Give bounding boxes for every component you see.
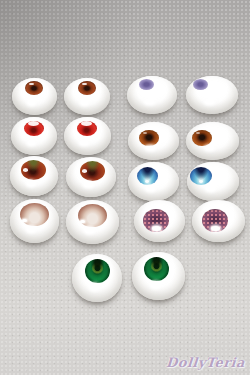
- iris-auburn: [25, 81, 43, 95]
- doll-eye-r5c3: [132, 252, 185, 300]
- doll-eye-r3c4: [187, 162, 239, 201]
- specular-highlight: [84, 182, 93, 187]
- photo-canvas: DollyTeria: [0, 0, 250, 375]
- specular-highlight: [81, 100, 89, 105]
- iris-auburn: [78, 81, 96, 95]
- specular-highlight: [145, 100, 154, 105]
- specular-highlight: [27, 226, 35, 232]
- iris-blue: [137, 167, 158, 185]
- specular-highlight: [205, 100, 214, 105]
- iris-green: [144, 257, 169, 281]
- specular-highlight: [90, 284, 99, 290]
- specular-highlight: [28, 100, 36, 105]
- iris-amber: [139, 130, 159, 146]
- doll-eye-r4c1: [10, 199, 59, 243]
- specular-highlight: [80, 141, 88, 146]
- iris-strawberry: [21, 160, 46, 180]
- doll-eye-r2c3: [128, 122, 179, 160]
- doll-eye-r1c4: [186, 76, 238, 114]
- specular-highlight: [206, 186, 215, 191]
- doll-eye-r5c2: [72, 254, 122, 302]
- doll-eye-r2c4: [186, 122, 239, 160]
- doll-eye-r4c4: [192, 200, 245, 242]
- doll-eye-r1c1: [12, 78, 57, 115]
- iris-rose: [20, 203, 49, 226]
- specular-highlight: [151, 282, 160, 288]
- iris-strawberry: [80, 161, 105, 181]
- doll-eye-r1c3: [127, 76, 177, 114]
- specular-highlight: [146, 186, 155, 191]
- watermark-logo: DollyTeria: [165, 355, 245, 370]
- iris-green: [85, 259, 110, 283]
- specular-highlight: [205, 146, 214, 151]
- specular-highlight: [146, 146, 155, 151]
- doll-eye-r4c2: [66, 200, 119, 244]
- iris-violet: [139, 79, 154, 90]
- specular-highlight: [28, 141, 36, 146]
- doll-eye-r1c2: [64, 78, 110, 115]
- specular-highlight: [85, 227, 94, 233]
- iris-violet: [193, 79, 208, 90]
- doll-eye-r3c2: [66, 157, 116, 197]
- doll-eye-r3c1: [10, 156, 58, 196]
- doll-eye-r2c1: [11, 117, 57, 155]
- iris-blue: [190, 167, 212, 185]
- iris-red: [77, 121, 97, 136]
- specular-highlight: [27, 181, 35, 186]
- doll-eye-r3c3: [128, 162, 179, 201]
- iris-red: [24, 121, 44, 136]
- iris-amber: [192, 130, 212, 146]
- iris-rose: [78, 204, 107, 227]
- doll-eye-r2c2: [64, 117, 111, 155]
- doll-eye-r4c3: [134, 200, 185, 242]
